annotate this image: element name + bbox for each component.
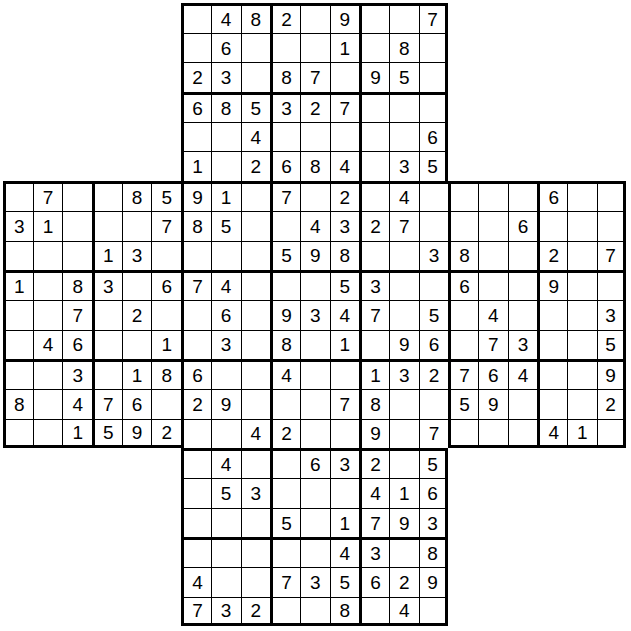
sudoku-cell-r13c18[interactable]: 4: [508, 359, 538, 389]
sudoku-cell-r11c14[interactable]: [389, 300, 419, 330]
sudoku-cell-r15c12[interactable]: [330, 419, 360, 449]
sudoku-cell-r17c7[interactable]: [181, 478, 211, 508]
sudoku-cell-r9c17[interactable]: [478, 241, 508, 271]
sudoku-cell-r15c14[interactable]: [389, 419, 419, 449]
sudoku-cell-r19c7[interactable]: [181, 537, 211, 567]
sudoku-cell-r4c7[interactable]: 6: [181, 92, 211, 122]
sudoku-cell-r12c2[interactable]: 4: [33, 330, 63, 360]
sudoku-cell-r12c14[interactable]: 9: [389, 330, 419, 360]
sudoku-cell-r7c3[interactable]: [62, 181, 92, 211]
sudoku-cell-r13c2[interactable]: [33, 359, 63, 389]
sudoku-cell-r9c5[interactable]: 3: [122, 241, 152, 271]
sudoku-cell-r5c12[interactable]: [330, 122, 360, 152]
sudoku-cell-r19c10[interactable]: [270, 537, 300, 567]
sudoku-cell-r20c7[interactable]: 4: [181, 567, 211, 597]
empty-area-cell: [151, 151, 181, 181]
sudoku-cell-r21c8[interactable]: 3: [211, 597, 241, 627]
sudoku-cell-r15c10[interactable]: 2: [270, 419, 300, 449]
sudoku-cell-r12c11[interactable]: [300, 330, 330, 360]
sudoku-cell-r9c11[interactable]: 9: [300, 241, 330, 271]
sudoku-cell-r12c4[interactable]: [92, 330, 122, 360]
sudoku-cell-r17c12[interactable]: [330, 478, 360, 508]
sudoku-cell-r15c1[interactable]: [3, 419, 33, 449]
sudoku-cell-r8c16[interactable]: [448, 211, 478, 241]
sudoku-cell-r7c20[interactable]: [567, 181, 597, 211]
sudoku-cell-r7c14[interactable]: 4: [389, 181, 419, 211]
sudoku-cell-r19c12[interactable]: 4: [330, 537, 360, 567]
sudoku-cell-r9c12[interactable]: 8: [330, 241, 360, 271]
sudoku-cell-r20c15[interactable]: 9: [419, 567, 449, 597]
sudoku-cell-r14c7[interactable]: 2: [181, 389, 211, 419]
sudoku-cell-r11c16[interactable]: [448, 300, 478, 330]
sudoku-cell-r11c5[interactable]: 2: [122, 300, 152, 330]
sudoku-cell-r3c12[interactable]: [330, 62, 360, 92]
sudoku-cell-r18c13[interactable]: 7: [359, 508, 389, 538]
sudoku-cell-r3c14[interactable]: 5: [389, 62, 419, 92]
sudoku-cell-r9c2[interactable]: [33, 241, 63, 271]
sudoku-cell-r6c13[interactable]: [359, 151, 389, 181]
sudoku-cell-r16c9[interactable]: [241, 448, 271, 478]
sudoku-cell-r11c19[interactable]: [537, 300, 567, 330]
sudoku-cell-r15c4[interactable]: 5: [92, 419, 122, 449]
sudoku-cell-r4c14[interactable]: [389, 92, 419, 122]
sudoku-cell-r9c13[interactable]: [359, 241, 389, 271]
sudoku-cell-r12c10[interactable]: 8: [270, 330, 300, 360]
sudoku-cell-r1c7[interactable]: [181, 3, 211, 33]
sudoku-cell-r10c11[interactable]: [300, 270, 330, 300]
sudoku-cell-r7c8[interactable]: 1: [211, 181, 241, 211]
sudoku-cell-r12c7[interactable]: [181, 330, 211, 360]
sudoku-cell-r15c6[interactable]: 2: [151, 419, 181, 449]
sudoku-cell-r4c10[interactable]: 3: [270, 92, 300, 122]
sudoku-cell-r2c7[interactable]: [181, 33, 211, 63]
sudoku-cell-r9c3[interactable]: [62, 241, 92, 271]
sudoku-cell-r11c15[interactable]: 5: [419, 300, 449, 330]
sudoku-cell-r4c13[interactable]: [359, 92, 389, 122]
sudoku-cell-r12c8[interactable]: 3: [211, 330, 241, 360]
sudoku-cell-r10c5[interactable]: [122, 270, 152, 300]
sudoku-cell-r6c12[interactable]: 4: [330, 151, 360, 181]
sudoku-cell-r4c12[interactable]: 7: [330, 92, 360, 122]
sudoku-cell-r8c12[interactable]: 3: [330, 211, 360, 241]
empty-area-cell: [33, 537, 63, 567]
sudoku-cell-r17c11[interactable]: [300, 478, 330, 508]
sudoku-cell-r12c6[interactable]: 1: [151, 330, 181, 360]
sudoku-cell-r19c15[interactable]: 8: [419, 537, 449, 567]
sudoku-cell-r16c8[interactable]: 4: [211, 448, 241, 478]
sudoku-cell-r18c7[interactable]: [181, 508, 211, 538]
sudoku-cell-r9c1[interactable]: [3, 241, 33, 271]
sudoku-cell-r2c12[interactable]: 1: [330, 33, 360, 63]
sudoku-cell-r17c14[interactable]: 1: [389, 478, 419, 508]
sudoku-cell-r7c21[interactable]: [597, 181, 627, 211]
sudoku-cell-r1c11[interactable]: [300, 3, 330, 33]
sudoku-cell-r12c18[interactable]: 3: [508, 330, 538, 360]
sudoku-cell-r3c11[interactable]: 7: [300, 62, 330, 92]
sudoku-cell-r14c10[interactable]: [270, 389, 300, 419]
sudoku-cell-r14c8[interactable]: 9: [211, 389, 241, 419]
sudoku-cell-r14c3[interactable]: 4: [62, 389, 92, 419]
sudoku-cell-r17c9[interactable]: 3: [241, 478, 271, 508]
sudoku-cell-r4c15[interactable]: [419, 92, 449, 122]
sudoku-cell-r4c8[interactable]: 8: [211, 92, 241, 122]
sudoku-cell-r10c8[interactable]: 4: [211, 270, 241, 300]
sudoku-cell-r18c15[interactable]: 3: [419, 508, 449, 538]
sudoku-cell-r14c2[interactable]: [33, 389, 63, 419]
sudoku-cell-r13c21[interactable]: 9: [597, 359, 627, 389]
sudoku-cell-r9c7[interactable]: [181, 241, 211, 271]
sudoku-cell-r21c11[interactable]: [300, 597, 330, 627]
sudoku-cell-r1c14[interactable]: [389, 3, 419, 33]
sudoku-cell-r6c7[interactable]: 1: [181, 151, 211, 181]
sudoku-cell-r15c21[interactable]: [597, 419, 627, 449]
sudoku-cell-r8c14[interactable]: 7: [389, 211, 419, 241]
sudoku-cell-r4c11[interactable]: 2: [300, 92, 330, 122]
sudoku-cell-r10c15[interactable]: [419, 270, 449, 300]
sudoku-cell-r14c12[interactable]: 7: [330, 389, 360, 419]
sudoku-cell-r2c13[interactable]: [359, 33, 389, 63]
sudoku-cell-r17c10[interactable]: [270, 478, 300, 508]
sudoku-cell-r13c3[interactable]: 3: [62, 359, 92, 389]
sudoku-cell-r21c14[interactable]: 4: [389, 597, 419, 627]
sudoku-cell-r8c19[interactable]: [537, 211, 567, 241]
sudoku-cell-r9c4[interactable]: 1: [92, 241, 122, 271]
sudoku-cell-r10c17[interactable]: [478, 270, 508, 300]
sudoku-cell-r19c8[interactable]: [211, 537, 241, 567]
sudoku-cell-r12c1[interactable]: [3, 330, 33, 360]
sudoku-cell-r11c18[interactable]: [508, 300, 538, 330]
sudoku-cell-r15c19[interactable]: 4: [537, 419, 567, 449]
sudoku-cell-r3c10[interactable]: 8: [270, 62, 300, 92]
sudoku-cell-r13c14[interactable]: 3: [389, 359, 419, 389]
sudoku-cell-r15c8[interactable]: [211, 419, 241, 449]
sudoku-cell-r11c17[interactable]: 4: [478, 300, 508, 330]
sudoku-cell-r11c1[interactable]: [3, 300, 33, 330]
sudoku-cell-r7c1[interactable]: [3, 181, 33, 211]
sudoku-cell-r7c4[interactable]: [92, 181, 122, 211]
sudoku-cell-r13c20[interactable]: [567, 359, 597, 389]
sudoku-cell-r16c10[interactable]: [270, 448, 300, 478]
sudoku-cell-r14c9[interactable]: [241, 389, 271, 419]
sudoku-cell-r3c7[interactable]: 2: [181, 62, 211, 92]
sudoku-cell-r10c7[interactable]: 7: [181, 270, 211, 300]
sudoku-cell-r13c1[interactable]: [3, 359, 33, 389]
sudoku-cell-r2c10[interactable]: [270, 33, 300, 63]
sudoku-cell-r8c20[interactable]: [567, 211, 597, 241]
sudoku-cell-r18c11[interactable]: [300, 508, 330, 538]
sudoku-cell-r16c13[interactable]: 2: [359, 448, 389, 478]
sudoku-cell-r9c10[interactable]: 5: [270, 241, 300, 271]
sudoku-cell-r19c9[interactable]: [241, 537, 271, 567]
sudoku-cell-r8c13[interactable]: 2: [359, 211, 389, 241]
sudoku-cell-r10c9[interactable]: [241, 270, 271, 300]
sudoku-cell-r11c7[interactable]: [181, 300, 211, 330]
sudoku-cell-r12c5[interactable]: [122, 330, 152, 360]
sudoku-cell-r21c9[interactable]: 2: [241, 597, 271, 627]
sudoku-cell-r10c21[interactable]: [597, 270, 627, 300]
sudoku-cell-r11c4[interactable]: [92, 300, 122, 330]
sudoku-cell-r15c15[interactable]: 7: [419, 419, 449, 449]
sudoku-cell-r19c11[interactable]: [300, 537, 330, 567]
sudoku-cell-r7c9[interactable]: [241, 181, 271, 211]
sudoku-cell-r21c7[interactable]: 7: [181, 597, 211, 627]
sudoku-cell-r5c7[interactable]: [181, 122, 211, 152]
sudoku-cell-r17c15[interactable]: 6: [419, 478, 449, 508]
sudoku-cell-r8c2[interactable]: 1: [33, 211, 63, 241]
sudoku-cell-r5c9[interactable]: 4: [241, 122, 271, 152]
sudoku-cell-r7c19[interactable]: 6: [537, 181, 567, 211]
sudoku-cell-r12c20[interactable]: [567, 330, 597, 360]
sudoku-cell-r10c20[interactable]: [567, 270, 597, 300]
sudoku-cell-r9c16[interactable]: 8: [448, 241, 478, 271]
sudoku-cell-r2c8[interactable]: 6: [211, 33, 241, 63]
sudoku-cell-r14c6[interactable]: [151, 389, 181, 419]
sudoku-cell-r13c16[interactable]: 7: [448, 359, 478, 389]
sudoku-cell-r18c12[interactable]: 1: [330, 508, 360, 538]
sudoku-cell-r13c15[interactable]: 2: [419, 359, 449, 389]
sudoku-cell-r8c18[interactable]: 6: [508, 211, 538, 241]
sudoku-cell-r2c11[interactable]: [300, 33, 330, 63]
sudoku-cell-r18c8[interactable]: [211, 508, 241, 538]
sudoku-cell-r10c2[interactable]: [33, 270, 63, 300]
sudoku-cell-r8c7[interactable]: 8: [181, 211, 211, 241]
sudoku-cell-r10c10[interactable]: [270, 270, 300, 300]
sudoku-cell-r15c18[interactable]: [508, 419, 538, 449]
sudoku-cell-r8c6[interactable]: 7: [151, 211, 181, 241]
sudoku-cell-r14c18[interactable]: [508, 389, 538, 419]
sudoku-cell-r7c17[interactable]: [478, 181, 508, 211]
sudoku-cell-r9c8[interactable]: [211, 241, 241, 271]
sudoku-cell-r7c2[interactable]: 7: [33, 181, 63, 211]
sudoku-cell-r13c8[interactable]: [211, 359, 241, 389]
sudoku-cell-r1c9[interactable]: 8: [241, 3, 271, 33]
sudoku-cell-r5c11[interactable]: [300, 122, 330, 152]
sudoku-cell-r1c12[interactable]: 9: [330, 3, 360, 33]
sudoku-cell-r13c19[interactable]: [537, 359, 567, 389]
sudoku-cell-r13c6[interactable]: 8: [151, 359, 181, 389]
sudoku-cell-r10c3[interactable]: 8: [62, 270, 92, 300]
sudoku-cell-r10c12[interactable]: 5: [330, 270, 360, 300]
sudoku-cell-r9c19[interactable]: 2: [537, 241, 567, 271]
sudoku-cell-r10c16[interactable]: 6: [448, 270, 478, 300]
sudoku-cell-r21c12[interactable]: 8: [330, 597, 360, 627]
sudoku-cell-r16c15[interactable]: 5: [419, 448, 449, 478]
sudoku-cell-r2c14[interactable]: 8: [389, 33, 419, 63]
sudoku-cell-r11c11[interactable]: 3: [300, 300, 330, 330]
sudoku-cell-r7c6[interactable]: 5: [151, 181, 181, 211]
sudoku-cell-r18c14[interactable]: 9: [389, 508, 419, 538]
sudoku-cell-r6c9[interactable]: 2: [241, 151, 271, 181]
sudoku-cell-r11c6[interactable]: [151, 300, 181, 330]
sudoku-cell-r15c9[interactable]: 4: [241, 419, 271, 449]
sudoku-cell-r10c6[interactable]: 6: [151, 270, 181, 300]
sudoku-cell-r9c21[interactable]: 7: [597, 241, 627, 271]
sudoku-cell-r12c16[interactable]: [448, 330, 478, 360]
sudoku-cell-r7c18[interactable]: [508, 181, 538, 211]
sudoku-cell-r7c16[interactable]: [448, 181, 478, 211]
sudoku-cell-r2c9[interactable]: [241, 33, 271, 63]
sudoku-cell-r8c15[interactable]: [419, 211, 449, 241]
sudoku-cell-r2c15[interactable]: [419, 33, 449, 63]
sudoku-cell-r14c21[interactable]: 2: [597, 389, 627, 419]
sudoku-cell-r16c12[interactable]: 3: [330, 448, 360, 478]
sudoku-cell-r3c9[interactable]: [241, 62, 271, 92]
sudoku-cell-r11c21[interactable]: 3: [597, 300, 627, 330]
sudoku-cell-r13c17[interactable]: 6: [478, 359, 508, 389]
sudoku-cell-r13c12[interactable]: [330, 359, 360, 389]
sudoku-cell-r10c14[interactable]: [389, 270, 419, 300]
sudoku-cell-r12c12[interactable]: 1: [330, 330, 360, 360]
sudoku-cell-r8c10[interactable]: [270, 211, 300, 241]
sudoku-cell-r11c9[interactable]: [241, 300, 271, 330]
sudoku-cell-r10c4[interactable]: 3: [92, 270, 122, 300]
sudoku-cell-r9c6[interactable]: [151, 241, 181, 271]
empty-area-cell: [122, 92, 152, 122]
sudoku-cell-r15c13[interactable]: 9: [359, 419, 389, 449]
sudoku-cell-r20c13[interactable]: 6: [359, 567, 389, 597]
sudoku-cell-r20c12[interactable]: 5: [330, 567, 360, 597]
sudoku-cell-r5c14[interactable]: [389, 122, 419, 152]
sudoku-cell-r9c20[interactable]: [567, 241, 597, 271]
sudoku-cell-r12c19[interactable]: [537, 330, 567, 360]
sudoku-cell-r8c5[interactable]: [122, 211, 152, 241]
sudoku-cell-r1c13[interactable]: [359, 3, 389, 33]
sudoku-cell-r14c14[interactable]: [389, 389, 419, 419]
sudoku-cell-r13c11[interactable]: [300, 359, 330, 389]
sudoku-cell-r20c8[interactable]: [211, 567, 241, 597]
sudoku-cell-r11c3[interactable]: 7: [62, 300, 92, 330]
sudoku-cell-r7c5[interactable]: 8: [122, 181, 152, 211]
sudoku-cell-r1c10[interactable]: 2: [270, 3, 300, 33]
sudoku-cell-r7c15[interactable]: [419, 181, 449, 211]
sudoku-cell-r9c18[interactable]: [508, 241, 538, 271]
sudoku-cell-r7c7[interactable]: 9: [181, 181, 211, 211]
sudoku-cell-r7c10[interactable]: 7: [270, 181, 300, 211]
sudoku-cell-r8c3[interactable]: [62, 211, 92, 241]
sudoku-cell-r5c10[interactable]: [270, 122, 300, 152]
sudoku-cell-r17c8[interactable]: 5: [211, 478, 241, 508]
sudoku-cell-r11c12[interactable]: 4: [330, 300, 360, 330]
sudoku-cell-r13c13[interactable]: 1: [359, 359, 389, 389]
sudoku-cell-r4c9[interactable]: 5: [241, 92, 271, 122]
sudoku-cell-r21c15[interactable]: [419, 597, 449, 627]
sudoku-cell-r15c11[interactable]: [300, 419, 330, 449]
sudoku-cell-r5c13[interactable]: [359, 122, 389, 152]
sudoku-cell-r1c8[interactable]: 4: [211, 3, 241, 33]
sudoku-cell-r8c8[interactable]: 5: [211, 211, 241, 241]
sudoku-cell-r6c14[interactable]: 3: [389, 151, 419, 181]
sudoku-cell-r8c4[interactable]: [92, 211, 122, 241]
sudoku-cell-r15c7[interactable]: [181, 419, 211, 449]
sudoku-cell-r15c20[interactable]: 1: [567, 419, 597, 449]
sudoku-cell-r6c15[interactable]: 5: [419, 151, 449, 181]
sudoku-cell-r6c8[interactable]: [211, 151, 241, 181]
sudoku-cell-r9c9[interactable]: [241, 241, 271, 271]
sudoku-cell-r16c14[interactable]: [389, 448, 419, 478]
sudoku-cell-r13c5[interactable]: 1: [122, 359, 152, 389]
sudoku-cell-r14c19[interactable]: [537, 389, 567, 419]
sudoku-cell-r18c10[interactable]: 5: [270, 508, 300, 538]
sudoku-cell-r3c15[interactable]: [419, 62, 449, 92]
sudoku-cell-r14c4[interactable]: 7: [92, 389, 122, 419]
sudoku-cell-r12c15[interactable]: 6: [419, 330, 449, 360]
sudoku-cell-r20c11[interactable]: 3: [300, 567, 330, 597]
sudoku-cell-r3c8[interactable]: 3: [211, 62, 241, 92]
sudoku-cell-r7c11[interactable]: [300, 181, 330, 211]
sudoku-cell-r1c15[interactable]: 7: [419, 3, 449, 33]
sudoku-cell-r9c15[interactable]: 3: [419, 241, 449, 271]
sudoku-cell-r6c10[interactable]: 6: [270, 151, 300, 181]
sudoku-cell-r7c12[interactable]: 2: [330, 181, 360, 211]
sudoku-cell-r10c1[interactable]: 1: [3, 270, 33, 300]
sudoku-cell-r13c9[interactable]: [241, 359, 271, 389]
sudoku-cell-r11c8[interactable]: 6: [211, 300, 241, 330]
sudoku-cell-r10c18[interactable]: [508, 270, 538, 300]
sudoku-cell-r15c2[interactable]: [33, 419, 63, 449]
sudoku-cell-r12c3[interactable]: 6: [62, 330, 92, 360]
sudoku-cell-r6c11[interactable]: 8: [300, 151, 330, 181]
sudoku-cell-r14c20[interactable]: [567, 389, 597, 419]
sudoku-cell-r15c3[interactable]: 1: [62, 419, 92, 449]
sudoku-cell-r17c13[interactable]: 4: [359, 478, 389, 508]
sudoku-cell-r21c10[interactable]: [270, 597, 300, 627]
sudoku-cell-r14c16[interactable]: 5: [448, 389, 478, 419]
sudoku-cell-r8c9[interactable]: [241, 211, 271, 241]
sudoku-cell-r11c10[interactable]: 9: [270, 300, 300, 330]
sudoku-cell-r8c11[interactable]: 4: [300, 211, 330, 241]
sudoku-cell-r20c10[interactable]: 7: [270, 567, 300, 597]
sudoku-cell-r21c13[interactable]: [359, 597, 389, 627]
sudoku-cell-r8c21[interactable]: [597, 211, 627, 241]
sudoku-cell-r12c21[interactable]: 5: [597, 330, 627, 360]
sudoku-cell-r13c7[interactable]: 6: [181, 359, 211, 389]
sudoku-cell-r20c9[interactable]: [241, 567, 271, 597]
sudoku-cell-r12c13[interactable]: [359, 330, 389, 360]
sudoku-cell-r16c7[interactable]: [181, 448, 211, 478]
sudoku-cell-r14c5[interactable]: 6: [122, 389, 152, 419]
sudoku-cell-r9c14[interactable]: [389, 241, 419, 271]
sudoku-cell-r19c13[interactable]: 3: [359, 537, 389, 567]
sudoku-cell-r11c2[interactable]: [33, 300, 63, 330]
sudoku-cell-r14c11[interactable]: [300, 389, 330, 419]
sudoku-cell-r15c17[interactable]: [478, 419, 508, 449]
sudoku-cell-r8c1[interactable]: 3: [3, 211, 33, 241]
sudoku-cell-r13c4[interactable]: [92, 359, 122, 389]
sudoku-cell-r15c16[interactable]: [448, 419, 478, 449]
sudoku-cell-r8c17[interactable]: [478, 211, 508, 241]
sudoku-cell-r12c17[interactable]: 7: [478, 330, 508, 360]
sudoku-cell-r20c14[interactable]: 2: [389, 567, 419, 597]
sudoku-cell-r13c10[interactable]: 4: [270, 359, 300, 389]
sudoku-cell-r15c5[interactable]: 9: [122, 419, 152, 449]
sudoku-cell-r7c13[interactable]: [359, 181, 389, 211]
sudoku-cell-r14c13[interactable]: 8: [359, 389, 389, 419]
sudoku-cell-r10c13[interactable]: 3: [359, 270, 389, 300]
sudoku-cell-r5c15[interactable]: 6: [419, 122, 449, 152]
sudoku-cell-r14c17[interactable]: 9: [478, 389, 508, 419]
sudoku-cell-r11c13[interactable]: 7: [359, 300, 389, 330]
sudoku-cell-r14c1[interactable]: 8: [3, 389, 33, 419]
sudoku-cell-r11c20[interactable]: [567, 300, 597, 330]
sudoku-cell-r16c11[interactable]: 6: [300, 448, 330, 478]
sudoku-cell-r19c14[interactable]: [389, 537, 419, 567]
sudoku-cell-r10c19[interactable]: 9: [537, 270, 567, 300]
sudoku-cell-r12c9[interactable]: [241, 330, 271, 360]
sudoku-cell-r5c8[interactable]: [211, 122, 241, 152]
sudoku-cell-r3c13[interactable]: 9: [359, 62, 389, 92]
sudoku-cell-r18c9[interactable]: [241, 508, 271, 538]
sudoku-cell-r14c15[interactable]: [419, 389, 449, 419]
